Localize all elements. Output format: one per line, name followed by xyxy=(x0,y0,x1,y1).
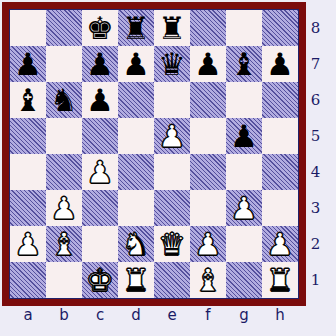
rank-label-4: 4 xyxy=(305,154,326,190)
piece-white-pawn: ♟ xyxy=(14,226,42,262)
square-c3[interactable] xyxy=(82,190,118,226)
square-d8[interactable]: ♜ xyxy=(118,10,154,46)
square-h2[interactable]: ♟ xyxy=(262,226,298,262)
square-d7[interactable]: ♟ xyxy=(118,46,154,82)
board-inner-border: ♚♜♜♟♟♟♛♟♝♟♝♞♟♟♟♟♟♟♟♝♞♛♟♟♚♜♝♜ xyxy=(9,9,299,299)
square-a6[interactable]: ♝ xyxy=(10,82,46,118)
piece-black-bishop: ♝ xyxy=(230,46,258,82)
square-d2[interactable]: ♞ xyxy=(118,226,154,262)
square-g3[interactable]: ♟ xyxy=(226,190,262,226)
square-h1[interactable]: ♜ xyxy=(262,262,298,298)
square-c2[interactable] xyxy=(82,226,118,262)
piece-white-pawn: ♟ xyxy=(194,226,222,262)
square-f4[interactable] xyxy=(190,154,226,190)
piece-white-rook: ♜ xyxy=(266,262,294,298)
square-h7[interactable]: ♟ xyxy=(262,46,298,82)
square-h6[interactable] xyxy=(262,82,298,118)
piece-black-rook: ♜ xyxy=(122,10,150,46)
piece-black-king: ♚ xyxy=(86,10,114,46)
square-e8[interactable]: ♜ xyxy=(154,10,190,46)
piece-white-rook: ♜ xyxy=(122,262,150,298)
square-e2[interactable]: ♛ xyxy=(154,226,190,262)
rank-labels: 87654321 xyxy=(305,10,326,298)
square-h3[interactable] xyxy=(262,190,298,226)
square-h8[interactable] xyxy=(262,10,298,46)
square-g4[interactable] xyxy=(226,154,262,190)
square-h5[interactable] xyxy=(262,118,298,154)
square-b1[interactable] xyxy=(46,262,82,298)
square-a2[interactable]: ♟ xyxy=(10,226,46,262)
square-g6[interactable] xyxy=(226,82,262,118)
square-b4[interactable] xyxy=(46,154,82,190)
piece-black-rook: ♜ xyxy=(158,10,186,46)
square-e6[interactable] xyxy=(154,82,190,118)
square-b3[interactable]: ♟ xyxy=(46,190,82,226)
square-d5[interactable] xyxy=(118,118,154,154)
file-label-c: c xyxy=(82,305,118,325)
file-label-d: d xyxy=(118,305,154,325)
rank-label-8: 8 xyxy=(305,10,326,46)
square-b8[interactable] xyxy=(46,10,82,46)
piece-white-pawn: ♟ xyxy=(230,190,258,226)
square-d6[interactable] xyxy=(118,82,154,118)
chess-board: ♚♜♜♟♟♟♛♟♝♟♝♞♟♟♟♟♟♟♟♝♞♛♟♟♚♜♝♜ xyxy=(10,10,298,298)
square-e1[interactable] xyxy=(154,262,190,298)
file-labels: abcdefgh xyxy=(10,305,298,325)
square-f7[interactable]: ♟ xyxy=(190,46,226,82)
square-g7[interactable]: ♝ xyxy=(226,46,262,82)
square-d4[interactable] xyxy=(118,154,154,190)
piece-black-pawn: ♟ xyxy=(14,46,42,82)
square-g8[interactable] xyxy=(226,10,262,46)
board-frame: ♚♜♜♟♟♟♛♟♝♟♝♞♟♟♟♟♟♟♟♝♞♛♟♟♚♜♝♜ xyxy=(2,2,306,306)
file-label-a: a xyxy=(10,305,46,325)
square-a3[interactable] xyxy=(10,190,46,226)
square-e4[interactable] xyxy=(154,154,190,190)
square-c6[interactable]: ♟ xyxy=(82,82,118,118)
square-f8[interactable] xyxy=(190,10,226,46)
square-b5[interactable] xyxy=(46,118,82,154)
file-label-f: f xyxy=(190,305,226,325)
file-label-g: g xyxy=(226,305,262,325)
piece-white-pawn: ♟ xyxy=(266,226,294,262)
piece-black-bishop: ♝ xyxy=(14,82,42,118)
square-g2[interactable] xyxy=(226,226,262,262)
piece-black-pawn: ♟ xyxy=(122,46,150,82)
square-e5[interactable]: ♟ xyxy=(154,118,190,154)
rank-label-6: 6 xyxy=(305,82,326,118)
square-e7[interactable]: ♛ xyxy=(154,46,190,82)
rank-label-5: 5 xyxy=(305,118,326,154)
piece-black-pawn: ♟ xyxy=(86,82,114,118)
square-b2[interactable]: ♝ xyxy=(46,226,82,262)
file-label-b: b xyxy=(46,305,82,325)
square-e3[interactable] xyxy=(154,190,190,226)
square-a4[interactable] xyxy=(10,154,46,190)
square-a1[interactable] xyxy=(10,262,46,298)
file-label-e: e xyxy=(154,305,190,325)
square-b6[interactable]: ♞ xyxy=(46,82,82,118)
square-f3[interactable] xyxy=(190,190,226,226)
square-a7[interactable]: ♟ xyxy=(10,46,46,82)
square-d1[interactable]: ♜ xyxy=(118,262,154,298)
piece-white-queen: ♛ xyxy=(158,226,186,262)
square-f5[interactable] xyxy=(190,118,226,154)
square-d3[interactable] xyxy=(118,190,154,226)
rank-label-1: 1 xyxy=(305,262,326,298)
square-f2[interactable]: ♟ xyxy=(190,226,226,262)
square-h4[interactable] xyxy=(262,154,298,190)
piece-black-knight: ♞ xyxy=(50,82,78,118)
rank-label-2: 2 xyxy=(305,226,326,262)
square-c8[interactable]: ♚ xyxy=(82,10,118,46)
square-a5[interactable] xyxy=(10,118,46,154)
square-a8[interactable] xyxy=(10,10,46,46)
rank-label-3: 3 xyxy=(305,190,326,226)
piece-black-queen: ♛ xyxy=(158,46,186,82)
piece-black-pawn: ♟ xyxy=(266,46,294,82)
piece-white-king: ♚ xyxy=(86,262,114,298)
chess-diagram: ♚♜♜♟♟♟♛♟♝♟♝♞♟♟♟♟♟♟♟♝♞♛♟♟♚♜♝♜ abcdefgh 87… xyxy=(0,0,336,336)
piece-white-bishop: ♝ xyxy=(50,226,78,262)
rank-label-7: 7 xyxy=(305,46,326,82)
piece-white-pawn: ♟ xyxy=(158,118,186,154)
square-c5[interactable] xyxy=(82,118,118,154)
piece-white-pawn: ♟ xyxy=(50,190,78,226)
piece-black-pawn: ♟ xyxy=(194,46,222,82)
piece-white-pawn: ♟ xyxy=(86,154,114,190)
piece-black-pawn: ♟ xyxy=(86,46,114,82)
piece-white-bishop: ♝ xyxy=(194,262,222,298)
square-g1[interactable] xyxy=(226,262,262,298)
square-g5[interactable]: ♟ xyxy=(226,118,262,154)
file-label-h: h xyxy=(262,305,298,325)
square-c4[interactable]: ♟ xyxy=(82,154,118,190)
square-c1[interactable]: ♚ xyxy=(82,262,118,298)
piece-black-pawn: ♟ xyxy=(230,118,258,154)
square-c7[interactable]: ♟ xyxy=(82,46,118,82)
square-f1[interactable]: ♝ xyxy=(190,262,226,298)
square-f6[interactable] xyxy=(190,82,226,118)
square-b7[interactable] xyxy=(46,46,82,82)
piece-white-knight: ♞ xyxy=(122,226,150,262)
